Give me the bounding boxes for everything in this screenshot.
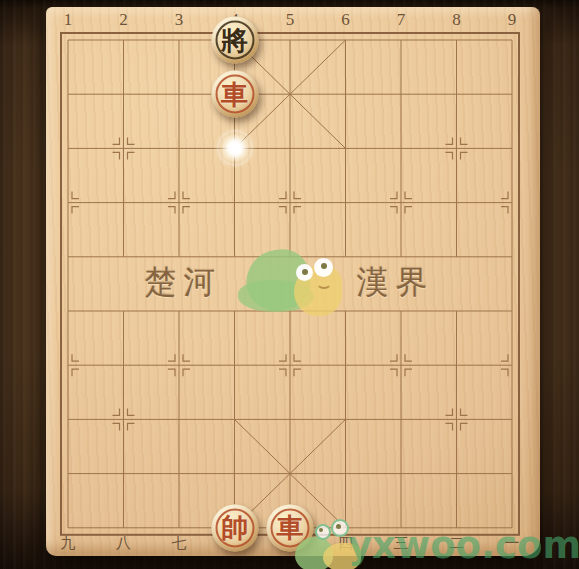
piece-character: 將: [211, 17, 258, 64]
file-label-bottom-3: 七: [172, 534, 187, 553]
file-label-top-9: 9: [508, 10, 517, 30]
piece-red-general[interactable]: 帥: [211, 504, 258, 551]
piece-black-general[interactable]: 將: [211, 17, 258, 64]
file-label-top-5: 5: [286, 10, 295, 30]
file-label-top-8: 8: [452, 10, 461, 30]
piece-red-chariot[interactable]: 車: [211, 71, 258, 118]
file-label-bottom-2: 八: [116, 534, 131, 553]
watermark-text: yxwoo.com: [348, 524, 579, 567]
piece-character: 帥: [211, 504, 258, 551]
last-move-glow: [212, 125, 258, 171]
file-label-top-2: 2: [119, 10, 128, 30]
file-label-top-6: 6: [341, 10, 350, 30]
file-label-top-3: 3: [175, 10, 184, 30]
river-text-left: 楚河: [138, 261, 223, 305]
piece-red-chariot[interactable]: 車: [267, 504, 314, 551]
piece-character: 車: [267, 504, 314, 551]
piece-character: 車: [211, 71, 258, 118]
file-label-bottom-1: 九: [61, 534, 76, 553]
xiangqi-app: 123456789 九八七六五四三二一 楚河 漢界 將車帥車 yxwoo.com: [0, 0, 579, 569]
file-label-top-1: 1: [64, 10, 73, 30]
board-grid: [0, 0, 579, 569]
river-text-right: 漢界: [350, 261, 435, 305]
file-label-top-7: 7: [397, 10, 406, 30]
